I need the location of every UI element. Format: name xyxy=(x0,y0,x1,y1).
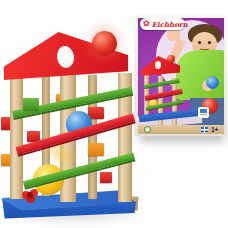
window-grid-cell xyxy=(201,127,204,130)
blue-ball-in-hand xyxy=(206,76,219,89)
brand-logo-pill: ✿ Eichhorn xyxy=(140,18,185,30)
flower-logo-icon: ✿ xyxy=(143,20,150,28)
flower-wheel xyxy=(22,188,39,203)
age-label: 1+ xyxy=(211,126,218,133)
child-shirt xyxy=(176,50,224,100)
child-eye xyxy=(198,41,201,44)
wood-eco-badge xyxy=(144,126,151,133)
toy-block-red-low xyxy=(100,172,112,183)
feature-badge-glyph xyxy=(200,109,207,113)
flower-center xyxy=(27,192,33,198)
box-panel: ✿ Eichhorn xyxy=(138,18,224,125)
feature-badge-line xyxy=(200,114,207,115)
box-mini-ball-red-roof xyxy=(167,55,175,63)
brand-name: Eichhorn xyxy=(152,20,188,29)
box-info-band: 1+ xyxy=(138,125,224,134)
toy-block-green-endstop xyxy=(23,98,39,110)
feature-badge xyxy=(198,107,209,118)
child-eye xyxy=(208,41,211,44)
window-grid-icon xyxy=(201,127,208,133)
red-ball-on-roof xyxy=(92,31,117,56)
box-mini-roof-hole xyxy=(155,61,161,69)
toy-post-left xyxy=(10,69,23,199)
product-photo: ✿ Eichhorn 1+ xyxy=(0,0,228,228)
toy-block-orange-mid xyxy=(88,143,104,156)
